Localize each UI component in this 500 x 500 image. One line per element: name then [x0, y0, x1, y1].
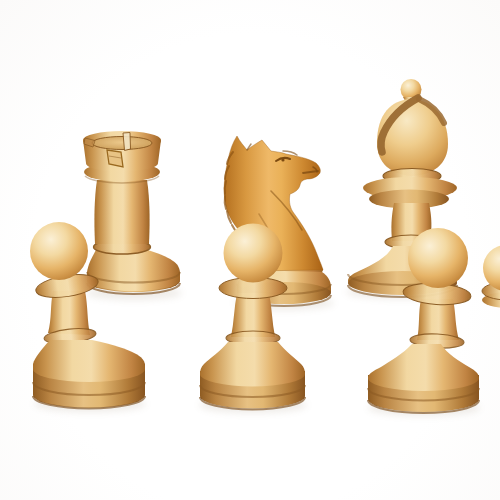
- pieces-canvas: [0, 0, 500, 500]
- chess-pieces-photo: [0, 0, 500, 500]
- pawn-right-piece: [368, 228, 479, 413]
- pawn-left-base-flare: [33, 340, 145, 382]
- pawn-right-ball: [408, 228, 468, 288]
- pawn-right-base-flare: [368, 344, 479, 391]
- knight-eye: [281, 158, 284, 161]
- partial-pawn-edge-piece: [482, 245, 500, 308]
- rook-turret-top: [92, 137, 152, 150]
- rook-base-flare: [87, 250, 180, 291]
- pawn-center-base-flare: [200, 342, 305, 387]
- edge-pawn-ball: [483, 245, 500, 291]
- rook-column: [94, 180, 149, 244]
- rook-piece: [83, 131, 180, 294]
- pawn-center-ball: [224, 224, 283, 283]
- rook-notch-back: [123, 133, 131, 151]
- rook-notch-front: [107, 150, 123, 167]
- pawn-left-ball: [30, 222, 88, 280]
